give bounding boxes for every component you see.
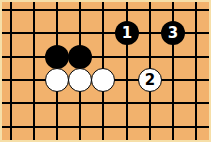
black-stone[interactable]: [68, 45, 92, 69]
grid-line-h-3: [2, 56, 209, 58]
black-stone[interactable]: [45, 45, 69, 69]
white-stone-move-2[interactable]: 2: [138, 68, 162, 92]
move-number: 3: [168, 26, 178, 41]
grid-line-v-2: [33, 2, 35, 140]
go-board-diagram: 132: [0, 0, 211, 142]
grid-line-h-5: [2, 102, 209, 104]
black-stone-move-1[interactable]: 1: [115, 21, 139, 45]
white-stone[interactable]: [45, 68, 69, 92]
grid-line-v-9: [195, 2, 197, 140]
grid-line-h-1: [2, 9, 209, 11]
white-stone[interactable]: [91, 68, 115, 92]
grid-line-h-6: [2, 126, 209, 128]
move-number: 1: [122, 26, 132, 41]
grid-line-v-1: [10, 2, 12, 140]
black-stone-move-3[interactable]: 3: [161, 21, 185, 45]
move-number: 2: [145, 73, 155, 88]
white-stone[interactable]: [68, 68, 92, 92]
go-board[interactable]: 132: [2, 2, 209, 140]
